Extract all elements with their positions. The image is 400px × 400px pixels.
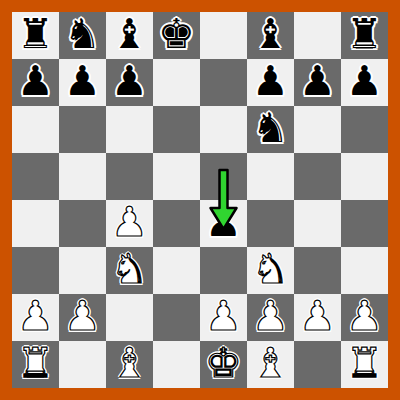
square-f2[interactable]: ♟ [247,294,294,341]
piece-white-pawn[interactable]: ♟ [252,293,289,340]
square-g6[interactable] [294,106,341,153]
piece-white-bishop[interactable]: ♝ [111,340,148,387]
square-a3[interactable] [12,247,59,294]
square-c6[interactable] [106,106,153,153]
piece-black-pawn[interactable]: ♟ [299,58,336,105]
square-h7[interactable]: ♟ [341,59,388,106]
square-h3[interactable] [341,247,388,294]
piece-black-pawn[interactable]: ♟ [111,58,148,105]
piece-black-bishop[interactable]: ♝ [111,11,148,58]
square-c5[interactable] [106,153,153,200]
square-d5[interactable] [153,153,200,200]
piece-white-knight[interactable]: ♞ [111,246,148,293]
square-d6[interactable] [153,106,200,153]
piece-black-king[interactable]: ♚ [158,11,195,58]
square-b7[interactable]: ♟ [59,59,106,106]
piece-white-rook[interactable]: ♜ [346,340,383,387]
square-b8[interactable]: ♞ [59,12,106,59]
square-b3[interactable] [59,247,106,294]
piece-white-pawn[interactable]: ♟ [64,293,101,340]
piece-black-rook[interactable]: ♜ [346,11,383,58]
square-h8[interactable]: ♜ [341,12,388,59]
square-e1[interactable]: ♚ [200,341,247,388]
square-c3[interactable]: ♞ [106,247,153,294]
square-a5[interactable] [12,153,59,200]
square-d8[interactable]: ♚ [153,12,200,59]
square-f1[interactable]: ♝ [247,341,294,388]
piece-white-bishop[interactable]: ♝ [252,340,289,387]
square-g8[interactable] [294,12,341,59]
square-e8[interactable] [200,12,247,59]
square-c7[interactable]: ♟ [106,59,153,106]
square-e6[interactable] [200,106,247,153]
square-f3[interactable]: ♞ [247,247,294,294]
square-f4[interactable] [247,200,294,247]
square-b2[interactable]: ♟ [59,294,106,341]
board-frame: ♜♞♝♚♝♜♟♟♟♟♟♟♞♟♟♞♞♟♟♟♟♟♟♜♝♚♝♜ [0,0,400,400]
piece-black-pawn[interactable]: ♟ [205,199,242,246]
piece-black-pawn[interactable]: ♟ [17,58,54,105]
square-c1[interactable]: ♝ [106,341,153,388]
piece-black-pawn[interactable]: ♟ [346,58,383,105]
piece-black-knight[interactable]: ♞ [252,105,289,152]
square-e3[interactable] [200,247,247,294]
square-h6[interactable] [341,106,388,153]
square-a1[interactable]: ♜ [12,341,59,388]
square-c2[interactable] [106,294,153,341]
square-g1[interactable] [294,341,341,388]
square-a6[interactable] [12,106,59,153]
square-g2[interactable]: ♟ [294,294,341,341]
square-g7[interactable]: ♟ [294,59,341,106]
piece-white-pawn[interactable]: ♟ [205,293,242,340]
square-d4[interactable] [153,200,200,247]
square-h1[interactable]: ♜ [341,341,388,388]
square-d1[interactable] [153,341,200,388]
square-a8[interactable]: ♜ [12,12,59,59]
square-b6[interactable] [59,106,106,153]
square-a7[interactable]: ♟ [12,59,59,106]
piece-black-pawn[interactable]: ♟ [252,58,289,105]
piece-white-pawn[interactable]: ♟ [299,293,336,340]
piece-white-rook[interactable]: ♜ [17,340,54,387]
square-h4[interactable] [341,200,388,247]
square-f7[interactable]: ♟ [247,59,294,106]
square-e7[interactable] [200,59,247,106]
square-e2[interactable]: ♟ [200,294,247,341]
square-g4[interactable] [294,200,341,247]
square-a4[interactable] [12,200,59,247]
piece-white-king[interactable]: ♚ [205,340,242,387]
square-f5[interactable] [247,153,294,200]
square-e5[interactable] [200,153,247,200]
square-f6[interactable]: ♞ [247,106,294,153]
square-c4[interactable]: ♟ [106,200,153,247]
square-f8[interactable]: ♝ [247,12,294,59]
piece-black-bishop[interactable]: ♝ [252,11,289,58]
square-c8[interactable]: ♝ [106,12,153,59]
square-g3[interactable] [294,247,341,294]
square-a2[interactable]: ♟ [12,294,59,341]
square-d3[interactable] [153,247,200,294]
piece-white-pawn[interactable]: ♟ [346,293,383,340]
square-b1[interactable] [59,341,106,388]
square-b4[interactable] [59,200,106,247]
square-h2[interactable]: ♟ [341,294,388,341]
chess-board: ♜♞♝♚♝♜♟♟♟♟♟♟♞♟♟♞♞♟♟♟♟♟♟♜♝♚♝♜ [12,12,388,388]
piece-black-rook[interactable]: ♜ [17,11,54,58]
square-e4[interactable]: ♟ [200,200,247,247]
piece-white-pawn[interactable]: ♟ [111,199,148,246]
square-g5[interactable] [294,153,341,200]
square-d2[interactable] [153,294,200,341]
square-h5[interactable] [341,153,388,200]
piece-white-knight[interactable]: ♞ [252,246,289,293]
square-d7[interactable] [153,59,200,106]
piece-black-knight[interactable]: ♞ [64,11,101,58]
piece-white-pawn[interactable]: ♟ [17,293,54,340]
square-b5[interactable] [59,153,106,200]
piece-black-pawn[interactable]: ♟ [64,58,101,105]
